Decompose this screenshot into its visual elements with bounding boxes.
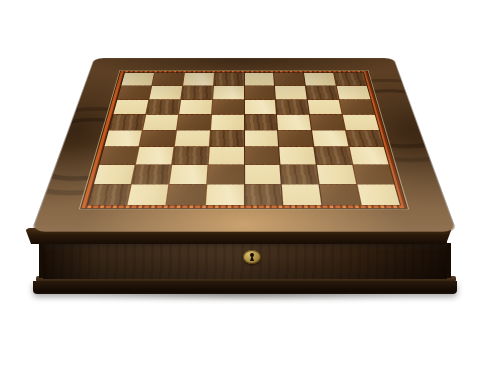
- square-h2: [354, 165, 394, 184]
- square-b7: [149, 86, 182, 99]
- square-h5: [343, 114, 379, 129]
- square-b2: [132, 165, 171, 184]
- square-f4: [278, 130, 313, 146]
- square-f7: [275, 86, 307, 99]
- square-c3: [172, 147, 208, 165]
- square-a5: [109, 114, 145, 129]
- square-b4: [139, 130, 175, 146]
- square-g2: [317, 165, 356, 184]
- square-d6: [212, 100, 244, 114]
- square-b8: [152, 73, 184, 86]
- board-grid: [88, 73, 400, 205]
- square-d5: [211, 114, 244, 129]
- square-a2: [94, 165, 134, 184]
- square-d2: [207, 165, 244, 184]
- square-c2: [169, 165, 207, 184]
- square-g3: [315, 147, 353, 165]
- chess-board-top: [32, 58, 455, 231]
- square-d3: [208, 147, 243, 165]
- square-b6: [146, 100, 180, 114]
- square-b3: [136, 147, 174, 165]
- square-h6: [340, 100, 375, 114]
- square-d1: [205, 185, 243, 205]
- square-e6: [244, 100, 276, 114]
- square-h7: [337, 86, 371, 99]
- square-c1: [166, 185, 205, 205]
- square-e1: [245, 185, 283, 205]
- square-c6: [179, 100, 212, 114]
- square-f1: [282, 185, 321, 205]
- square-a8: [121, 73, 154, 86]
- square-a4: [104, 130, 141, 146]
- square-h1: [358, 185, 400, 205]
- inlay-border: [80, 71, 408, 209]
- square-a1: [88, 185, 130, 205]
- square-c5: [177, 114, 211, 129]
- square-g6: [308, 100, 342, 114]
- square-f8: [274, 73, 305, 86]
- square-g1: [320, 185, 361, 205]
- square-c8: [183, 73, 214, 86]
- square-a6: [113, 100, 148, 114]
- square-g4: [312, 130, 348, 146]
- square-e3: [245, 147, 280, 165]
- board-frame: [32, 58, 455, 231]
- square-h4: [346, 130, 383, 146]
- keyhole-icon: [250, 253, 254, 257]
- square-e2: [245, 165, 282, 184]
- square-e4: [245, 130, 279, 146]
- square-e8: [244, 73, 274, 86]
- square-a3: [99, 147, 138, 165]
- square-g7: [306, 86, 339, 99]
- square-e7: [244, 86, 275, 99]
- square-d8: [214, 73, 244, 86]
- square-e5: [244, 114, 277, 129]
- brass-keyhole-escutcheon: [243, 250, 261, 264]
- square-d4: [209, 130, 243, 146]
- square-f3: [280, 147, 316, 165]
- square-a7: [118, 86, 152, 99]
- square-f6: [276, 100, 309, 114]
- square-f5: [277, 114, 311, 129]
- square-c7: [181, 86, 213, 99]
- product-photo-chessboard-box: [0, 0, 500, 375]
- square-g5: [310, 114, 345, 129]
- square-b5: [143, 114, 178, 129]
- square-h8: [334, 73, 367, 86]
- square-b1: [127, 185, 168, 205]
- square-d7: [213, 86, 244, 99]
- square-c4: [174, 130, 209, 146]
- square-g8: [304, 73, 336, 86]
- square-f2: [281, 165, 319, 184]
- square-h3: [350, 147, 389, 165]
- box-base-moulding: [33, 281, 457, 294]
